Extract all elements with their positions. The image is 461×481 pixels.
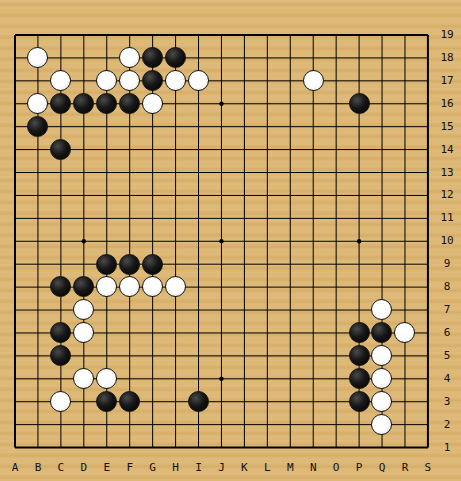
intersection-N19[interactable] [302,24,325,47]
intersection-Q8[interactable] [371,275,394,298]
intersection-B16[interactable] [26,92,49,115]
intersection-O4[interactable] [325,367,348,390]
intersection-F12[interactable] [118,184,141,207]
intersection-P2[interactable] [348,413,371,436]
intersection-P6[interactable] [348,321,371,344]
white-stone-D4[interactable] [73,368,94,389]
intersection-M18[interactable] [279,46,302,69]
intersection-D14[interactable] [72,138,95,161]
intersection-K6[interactable] [233,321,256,344]
intersection-Q9[interactable] [371,253,394,276]
intersection-K5[interactable] [233,344,256,367]
intersection-R15[interactable] [393,115,416,138]
intersection-O11[interactable] [325,207,348,230]
intersection-J11[interactable] [210,207,233,230]
intersection-F8[interactable] [118,275,141,298]
intersection-L4[interactable] [256,367,279,390]
intersection-N1[interactable] [302,436,325,459]
black-stone-C5[interactable] [50,345,71,366]
black-stone-P6[interactable] [349,322,370,343]
intersection-M6[interactable] [279,321,302,344]
intersection-D3[interactable] [72,390,95,413]
intersection-J16[interactable] [210,92,233,115]
white-stone-N17[interactable] [303,70,324,91]
intersection-G12[interactable] [141,184,164,207]
intersection-L8[interactable] [256,275,279,298]
intersection-Q15[interactable] [371,115,394,138]
intersection-F7[interactable] [118,298,141,321]
intersection-Q11[interactable] [371,207,394,230]
intersection-J2[interactable] [210,413,233,436]
intersection-H18[interactable] [164,46,187,69]
intersection-I9[interactable] [187,253,210,276]
intersection-M12[interactable] [279,184,302,207]
intersection-R17[interactable] [393,69,416,92]
white-stone-H17[interactable] [165,70,186,91]
intersection-N12[interactable] [302,184,325,207]
intersection-D5[interactable] [72,344,95,367]
intersection-B10[interactable] [26,230,49,253]
intersection-O17[interactable] [325,69,348,92]
intersection-D7[interactable] [72,298,95,321]
intersection-Q13[interactable] [371,161,394,184]
intersection-A16[interactable] [4,92,27,115]
intersection-P13[interactable] [348,161,371,184]
intersection-M2[interactable] [279,413,302,436]
intersection-C5[interactable] [49,344,72,367]
intersection-I12[interactable] [187,184,210,207]
intersection-A1[interactable] [4,436,27,459]
intersection-N11[interactable] [302,207,325,230]
intersection-J3[interactable] [210,390,233,413]
intersection-B15[interactable] [26,115,49,138]
intersection-G5[interactable] [141,344,164,367]
intersection-F5[interactable] [118,344,141,367]
intersection-P15[interactable] [348,115,371,138]
white-stone-F17[interactable] [119,70,140,91]
intersection-F14[interactable] [118,138,141,161]
intersection-P9[interactable] [348,253,371,276]
intersection-E6[interactable] [95,321,118,344]
intersection-Q5[interactable] [371,344,394,367]
intersection-I16[interactable] [187,92,210,115]
intersection-C12[interactable] [49,184,72,207]
intersection-F3[interactable] [118,390,141,413]
intersection-C3[interactable] [49,390,72,413]
intersection-D9[interactable] [72,253,95,276]
intersection-J12[interactable] [210,184,233,207]
white-stone-I17[interactable] [188,70,209,91]
intersection-B14[interactable] [26,138,49,161]
intersection-B13[interactable] [26,161,49,184]
intersection-O16[interactable] [325,92,348,115]
intersection-E8[interactable] [95,275,118,298]
intersection-I1[interactable] [187,436,210,459]
intersection-J14[interactable] [210,138,233,161]
white-stone-B16[interactable] [27,93,48,114]
intersection-J18[interactable] [210,46,233,69]
intersection-F16[interactable] [118,92,141,115]
intersection-O12[interactable] [325,184,348,207]
intersection-E16[interactable] [95,92,118,115]
intersection-K7[interactable] [233,298,256,321]
intersection-K1[interactable] [233,436,256,459]
black-stone-G9[interactable] [142,254,163,275]
intersection-A4[interactable] [4,367,27,390]
intersection-M7[interactable] [279,298,302,321]
intersection-L13[interactable] [256,161,279,184]
intersection-Q7[interactable] [371,298,394,321]
intersection-J17[interactable] [210,69,233,92]
black-stone-C14[interactable] [50,139,71,160]
white-stone-G8[interactable] [142,276,163,297]
intersection-L18[interactable] [256,46,279,69]
intersection-L1[interactable] [256,436,279,459]
intersection-D6[interactable] [72,321,95,344]
intersection-K13[interactable] [233,161,256,184]
intersection-H9[interactable] [164,253,187,276]
intersection-F13[interactable] [118,161,141,184]
intersection-F17[interactable] [118,69,141,92]
intersection-D18[interactable] [72,46,95,69]
intersection-B2[interactable] [26,413,49,436]
intersection-O9[interactable] [325,253,348,276]
black-stone-P4[interactable] [349,368,370,389]
intersection-E13[interactable] [95,161,118,184]
black-stone-P3[interactable] [349,391,370,412]
black-stone-C6[interactable] [50,322,71,343]
black-stone-P16[interactable] [349,93,370,114]
intersection-A14[interactable] [4,138,27,161]
intersection-R2[interactable] [393,413,416,436]
intersection-H16[interactable] [164,92,187,115]
intersection-N4[interactable] [302,367,325,390]
intersection-J1[interactable] [210,436,233,459]
intersection-K16[interactable] [233,92,256,115]
intersection-I3[interactable] [187,390,210,413]
intersection-Q18[interactable] [371,46,394,69]
white-stone-E8[interactable] [96,276,117,297]
intersection-N3[interactable] [302,390,325,413]
black-stone-P5[interactable] [349,345,370,366]
intersection-R19[interactable] [393,24,416,47]
intersection-H17[interactable] [164,69,187,92]
intersection-O10[interactable] [325,230,348,253]
intersection-B19[interactable] [26,24,49,47]
intersection-G10[interactable] [141,230,164,253]
intersection-H15[interactable] [164,115,187,138]
intersection-L11[interactable] [256,207,279,230]
intersection-F9[interactable] [118,253,141,276]
intersection-J6[interactable] [210,321,233,344]
intersection-Q6[interactable] [371,321,394,344]
black-stone-I3[interactable] [188,391,209,412]
intersection-O5[interactable] [325,344,348,367]
intersection-N5[interactable] [302,344,325,367]
intersection-H1[interactable] [164,436,187,459]
intersection-G14[interactable] [141,138,164,161]
intersection-I15[interactable] [187,115,210,138]
intersection-K9[interactable] [233,253,256,276]
intersection-C9[interactable] [49,253,72,276]
white-stone-Q4[interactable] [371,368,392,389]
intersection-B9[interactable] [26,253,49,276]
intersection-M13[interactable] [279,161,302,184]
black-stone-F3[interactable] [119,391,140,412]
intersection-E3[interactable] [95,390,118,413]
intersection-F4[interactable] [118,367,141,390]
intersection-H7[interactable] [164,298,187,321]
intersection-C19[interactable] [49,24,72,47]
intersection-A17[interactable] [4,69,27,92]
intersection-C2[interactable] [49,413,72,436]
white-stone-F8[interactable] [119,276,140,297]
intersection-O13[interactable] [325,161,348,184]
intersection-P8[interactable] [348,275,371,298]
black-stone-G17[interactable] [142,70,163,91]
intersection-G19[interactable] [141,24,164,47]
intersection-P3[interactable] [348,390,371,413]
black-stone-D8[interactable] [73,276,94,297]
white-stone-Q5[interactable] [371,345,392,366]
intersection-B17[interactable] [26,69,49,92]
intersection-K12[interactable] [233,184,256,207]
intersection-P5[interactable] [348,344,371,367]
intersection-I13[interactable] [187,161,210,184]
intersection-A8[interactable] [4,275,27,298]
intersection-O19[interactable] [325,24,348,47]
intersection-J15[interactable] [210,115,233,138]
intersection-C4[interactable] [49,367,72,390]
white-stone-C3[interactable] [50,391,71,412]
intersection-O2[interactable] [325,413,348,436]
intersection-M5[interactable] [279,344,302,367]
intersection-H14[interactable] [164,138,187,161]
intersection-R13[interactable] [393,161,416,184]
intersection-Q2[interactable] [371,413,394,436]
intersection-E14[interactable] [95,138,118,161]
intersection-G1[interactable] [141,436,164,459]
intersection-B3[interactable] [26,390,49,413]
intersection-K15[interactable] [233,115,256,138]
intersection-N10[interactable] [302,230,325,253]
intersection-L19[interactable] [256,24,279,47]
intersection-E12[interactable] [95,184,118,207]
intersection-B7[interactable] [26,298,49,321]
intersection-R1[interactable] [393,436,416,459]
intersection-J19[interactable] [210,24,233,47]
intersection-R4[interactable] [393,367,416,390]
intersection-L16[interactable] [256,92,279,115]
intersection-P10[interactable] [348,230,371,253]
black-stone-D16[interactable] [73,93,94,114]
intersection-I10[interactable] [187,230,210,253]
intersection-Q10[interactable] [371,230,394,253]
intersection-J10[interactable] [210,230,233,253]
intersection-L2[interactable] [256,413,279,436]
intersection-D19[interactable] [72,24,95,47]
intersection-A15[interactable] [4,115,27,138]
intersection-N9[interactable] [302,253,325,276]
intersection-D11[interactable] [72,207,95,230]
intersection-N15[interactable] [302,115,325,138]
white-stone-Q7[interactable] [371,299,392,320]
intersection-G9[interactable] [141,253,164,276]
intersection-C11[interactable] [49,207,72,230]
intersection-O8[interactable] [325,275,348,298]
white-stone-E4[interactable] [96,368,117,389]
intersection-L12[interactable] [256,184,279,207]
intersection-R8[interactable] [393,275,416,298]
intersection-J9[interactable] [210,253,233,276]
intersection-M10[interactable] [279,230,302,253]
intersection-C10[interactable] [49,230,72,253]
intersection-H8[interactable] [164,275,187,298]
intersection-D4[interactable] [72,367,95,390]
intersection-Q1[interactable] [371,436,394,459]
intersection-G6[interactable] [141,321,164,344]
intersection-O1[interactable] [325,436,348,459]
intersection-Q19[interactable] [371,24,394,47]
intersection-I11[interactable] [187,207,210,230]
intersection-E1[interactable] [95,436,118,459]
black-stone-F16[interactable] [119,93,140,114]
intersection-C6[interactable] [49,321,72,344]
intersection-B12[interactable] [26,184,49,207]
intersection-K14[interactable] [233,138,256,161]
intersection-D15[interactable] [72,115,95,138]
intersection-B8[interactable] [26,275,49,298]
intersection-F15[interactable] [118,115,141,138]
intersection-D1[interactable] [72,436,95,459]
intersection-I7[interactable] [187,298,210,321]
intersection-K4[interactable] [233,367,256,390]
intersection-M16[interactable] [279,92,302,115]
intersection-R16[interactable] [393,92,416,115]
intersection-P16[interactable] [348,92,371,115]
intersection-M19[interactable] [279,24,302,47]
intersection-Q12[interactable] [371,184,394,207]
intersection-G17[interactable] [141,69,164,92]
black-stone-Q6[interactable] [371,322,392,343]
intersection-O7[interactable] [325,298,348,321]
intersection-L3[interactable] [256,390,279,413]
intersection-R14[interactable] [393,138,416,161]
white-stone-C17[interactable] [50,70,71,91]
black-stone-G18[interactable] [142,47,163,68]
intersection-J7[interactable] [210,298,233,321]
intersection-L10[interactable] [256,230,279,253]
intersection-E4[interactable] [95,367,118,390]
intersection-M9[interactable] [279,253,302,276]
intersection-A7[interactable] [4,298,27,321]
intersection-L9[interactable] [256,253,279,276]
intersection-F11[interactable] [118,207,141,230]
intersection-D13[interactable] [72,161,95,184]
intersection-L17[interactable] [256,69,279,92]
intersection-K8[interactable] [233,275,256,298]
intersection-R5[interactable] [393,344,416,367]
intersection-O15[interactable] [325,115,348,138]
white-stone-B18[interactable] [27,47,48,68]
intersection-A11[interactable] [4,207,27,230]
intersection-O6[interactable] [325,321,348,344]
intersection-N14[interactable] [302,138,325,161]
intersection-L15[interactable] [256,115,279,138]
intersection-I18[interactable] [187,46,210,69]
intersection-A2[interactable] [4,413,27,436]
intersection-G11[interactable] [141,207,164,230]
intersection-R12[interactable] [393,184,416,207]
intersection-H12[interactable] [164,184,187,207]
intersection-N17[interactable] [302,69,325,92]
intersection-D12[interactable] [72,184,95,207]
intersection-I2[interactable] [187,413,210,436]
intersection-N8[interactable] [302,275,325,298]
intersection-R7[interactable] [393,298,416,321]
intersection-M3[interactable] [279,390,302,413]
intersection-H19[interactable] [164,24,187,47]
white-stone-G16[interactable] [142,93,163,114]
intersection-P19[interactable] [348,24,371,47]
intersection-I8[interactable] [187,275,210,298]
white-stone-E17[interactable] [96,70,117,91]
intersection-E10[interactable] [95,230,118,253]
intersection-C1[interactable] [49,436,72,459]
intersection-G2[interactable] [141,413,164,436]
white-stone-F18[interactable] [119,47,140,68]
intersection-C8[interactable] [49,275,72,298]
intersection-H5[interactable] [164,344,187,367]
intersection-D17[interactable] [72,69,95,92]
intersection-G7[interactable] [141,298,164,321]
intersection-A12[interactable] [4,184,27,207]
intersection-G16[interactable] [141,92,164,115]
intersection-E7[interactable] [95,298,118,321]
intersection-I4[interactable] [187,367,210,390]
intersection-R6[interactable] [393,321,416,344]
intersection-R18[interactable] [393,46,416,69]
intersection-P17[interactable] [348,69,371,92]
intersection-C17[interactable] [49,69,72,92]
intersection-I14[interactable] [187,138,210,161]
intersection-Q14[interactable] [371,138,394,161]
intersection-C16[interactable] [49,92,72,115]
intersection-H11[interactable] [164,207,187,230]
intersection-R11[interactable] [393,207,416,230]
black-stone-C16[interactable] [50,93,71,114]
intersection-P18[interactable] [348,46,371,69]
black-stone-F9[interactable] [119,254,140,275]
intersection-L5[interactable] [256,344,279,367]
intersection-M8[interactable] [279,275,302,298]
intersection-N16[interactable] [302,92,325,115]
intersection-J4[interactable] [210,367,233,390]
intersection-F2[interactable] [118,413,141,436]
intersection-P12[interactable] [348,184,371,207]
intersection-B5[interactable] [26,344,49,367]
intersection-J8[interactable] [210,275,233,298]
intersection-K19[interactable] [233,24,256,47]
intersection-H10[interactable] [164,230,187,253]
black-stone-E16[interactable] [96,93,117,114]
white-stone-Q3[interactable] [371,391,392,412]
intersection-A3[interactable] [4,390,27,413]
intersection-A6[interactable] [4,321,27,344]
intersection-I17[interactable] [187,69,210,92]
intersection-C15[interactable] [49,115,72,138]
intersection-N6[interactable] [302,321,325,344]
